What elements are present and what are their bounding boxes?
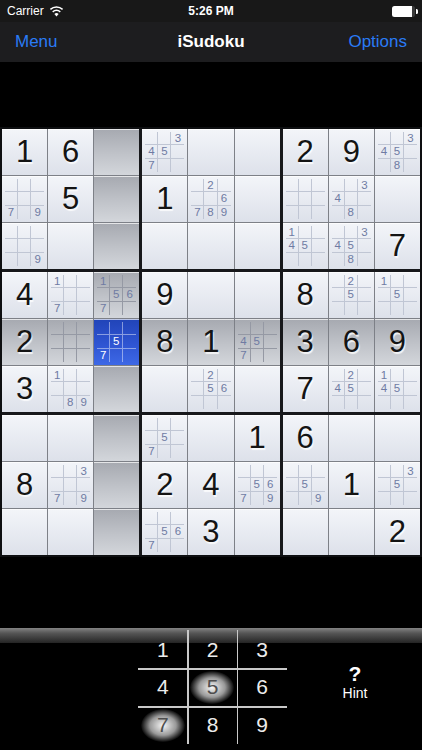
digit: 1 (329, 462, 374, 508)
digit: 1 (188, 319, 233, 365)
cell-r5c5[interactable]: 1 (188, 319, 233, 365)
cell-r5c9[interactable]: 9 (375, 319, 420, 365)
digit: 2 (142, 462, 187, 508)
cell-r6c5[interactable]: 256 (188, 366, 233, 412)
cell-r3c2[interactable] (48, 223, 93, 269)
pencil-marks: 567 (145, 512, 184, 552)
battery-icon (392, 6, 415, 17)
cell-r6c7[interactable]: 7 (283, 366, 328, 412)
box-9: 6591352 (283, 415, 420, 555)
cell-r5c7[interactable]: 3 (283, 319, 328, 365)
cell-r7c2[interactable] (48, 415, 93, 461)
cell-r8c3[interactable] (94, 462, 139, 508)
cell-r2c6[interactable] (235, 176, 280, 222)
digit: 9 (329, 129, 374, 175)
hint-button[interactable]: ? Hint (329, 664, 381, 702)
cell-r5c8[interactable]: 6 (329, 319, 374, 365)
cell-r2c8[interactable]: 348 (329, 176, 374, 222)
keypad-digit-6[interactable]: 6 (237, 669, 287, 707)
menu-button[interactable]: Menu (15, 32, 58, 52)
cell-r2c5[interactable]: 26789 (188, 176, 233, 222)
cell-r2c3[interactable] (94, 176, 139, 222)
pencil-marks: 1567 (97, 275, 136, 315)
cell-r1c7[interactable]: 2 (283, 129, 328, 175)
cell-r8c7[interactable]: 59 (283, 462, 328, 508)
cell-r8c2[interactable]: 379 (48, 462, 93, 508)
pencil-marks: 15 (378, 275, 417, 315)
cell-r7c7[interactable]: 6 (283, 415, 328, 461)
cell-r1c9[interactable]: 3458 (375, 129, 420, 175)
box-6: 825153697245145 (283, 272, 420, 412)
options-button[interactable]: Options (348, 32, 407, 52)
pencil-marks: 5679 (238, 465, 277, 505)
app-window: Carrier 5:26 PM Menu iSudoku Options 167… (0, 0, 422, 750)
digit: 9 (142, 272, 187, 318)
sudoku-board: 1679593457126789293458348145345874171567… (0, 127, 422, 557)
cell-r3c8[interactable]: 3458 (329, 223, 374, 269)
digit: 7 (375, 223, 420, 269)
cell-r2c7[interactable] (283, 176, 328, 222)
cell-r6c1[interactable]: 3 (2, 366, 47, 412)
cell-r3c4[interactable] (142, 223, 187, 269)
pencil-marks: 17 (51, 275, 90, 315)
digit: 9 (375, 319, 420, 365)
cell-r5c2[interactable] (48, 319, 93, 365)
pencil-marks: 245 (332, 369, 371, 409)
keypad-digit-9[interactable]: 9 (237, 706, 287, 744)
cell-r8c4[interactable]: 2 (142, 462, 187, 508)
cell-r7c4[interactable]: 57 (142, 415, 187, 461)
cell-r9c9[interactable]: 2 (375, 509, 420, 555)
pencil-marks: 379 (51, 465, 90, 505)
cell-r9c2[interactable] (48, 509, 93, 555)
pencil-marks: 145 (286, 226, 325, 266)
cell-r9c3[interactable] (94, 509, 139, 555)
cell-r1c5[interactable] (188, 129, 233, 175)
box-5: 981457256 (142, 272, 279, 412)
status-bar: Carrier 5:26 PM (0, 0, 422, 22)
carrier-label: Carrier (7, 4, 44, 18)
cell-r2c4[interactable]: 1 (142, 176, 187, 222)
cell-r8c9[interactable]: 35 (375, 462, 420, 508)
digit: 7 (283, 366, 328, 412)
box-4: 41715672573189 (2, 272, 139, 412)
pencil-marks: 189 (51, 369, 90, 409)
cell-r1c2[interactable]: 6 (48, 129, 93, 175)
number-keypad: 123456789 (138, 631, 287, 744)
digit: 8 (142, 319, 187, 365)
cell-r9c5[interactable]: 3 (188, 509, 233, 555)
pencil-marks: 79 (5, 179, 44, 219)
box-1: 167959 (2, 129, 139, 269)
cell-r2c9[interactable] (375, 176, 420, 222)
cell-r3c3[interactable] (94, 223, 139, 269)
hint-label: Hint (329, 684, 381, 702)
keypad-digit-8[interactable]: 8 (188, 706, 238, 744)
pencil-marks: 3458 (332, 226, 371, 266)
pencil-marks: 145 (378, 369, 417, 409)
pencil-marks: 3458 (378, 132, 417, 172)
pencil-marks: 26789 (191, 179, 230, 219)
pencil-marks: 457 (238, 322, 277, 362)
keypad-digit-2[interactable]: 2 (188, 631, 238, 669)
cell-r2c1[interactable]: 79 (2, 176, 47, 222)
cell-r1c8[interactable]: 9 (329, 129, 374, 175)
digit: 4 (2, 272, 47, 318)
cell-r9c7[interactable] (283, 509, 328, 555)
pencil-marks: 59 (286, 465, 325, 505)
cell-r9c6[interactable] (235, 509, 280, 555)
cell-r4c1[interactable]: 4 (2, 272, 47, 318)
cell-r3c5[interactable] (188, 223, 233, 269)
cell-r8c6[interactable]: 5679 (235, 462, 280, 508)
cell-r7c1[interactable] (2, 415, 47, 461)
pencil-marks (51, 322, 90, 362)
cell-r7c8[interactable] (329, 415, 374, 461)
keypad-digit-5[interactable]: 5 (188, 669, 238, 707)
digit: 8 (2, 462, 47, 508)
cell-r3c7[interactable]: 145 (283, 223, 328, 269)
cell-r7c6[interactable]: 1 (235, 415, 280, 461)
wifi-icon (49, 6, 64, 17)
digit: 1 (142, 176, 187, 222)
nav-bar: Menu iSudoku Options (0, 22, 422, 63)
pencil-marks: 25 (332, 275, 371, 315)
digit: 8 (283, 272, 328, 318)
cell-r6c3[interactable] (94, 366, 139, 412)
cell-r7c3[interactable] (94, 415, 139, 461)
digit: 1 (2, 129, 47, 175)
cell-r8c5[interactable]: 4 (188, 462, 233, 508)
digit: 3 (2, 366, 47, 412)
pencil-marks: 9 (5, 226, 44, 266)
cell-r1c1[interactable]: 1 (2, 129, 47, 175)
cell-r4c4[interactable]: 9 (142, 272, 187, 318)
cell-r3c9[interactable]: 7 (375, 223, 420, 269)
cell-r6c2[interactable]: 189 (48, 366, 93, 412)
cell-r1c6[interactable] (235, 129, 280, 175)
cell-r5c3[interactable]: 57 (94, 319, 139, 365)
box-3: 29345834814534587 (283, 129, 420, 269)
cell-r9c4[interactable]: 567 (142, 509, 187, 555)
digit: 6 (329, 319, 374, 365)
cell-r2c2[interactable]: 5 (48, 176, 93, 222)
cell-r1c4[interactable]: 3457 (142, 129, 187, 175)
pencil-marks: 3457 (145, 132, 184, 172)
digit: 2 (283, 129, 328, 175)
cell-r1c3[interactable] (94, 129, 139, 175)
cell-r4c3[interactable]: 1567 (94, 272, 139, 318)
pencil-marks: 348 (332, 179, 371, 219)
keypad-digit-4[interactable]: 4 (138, 669, 188, 707)
keypad-digit-3[interactable]: 3 (237, 631, 287, 669)
box-2: 3457126789 (142, 129, 279, 269)
digit: 3 (188, 509, 233, 555)
pencil-marks: 256 (191, 369, 230, 409)
hint-question-icon: ? (329, 664, 381, 684)
box-7: 8379 (2, 415, 139, 555)
digit: 6 (48, 129, 93, 175)
digit: 1 (235, 415, 280, 461)
cell-r7c5[interactable] (188, 415, 233, 461)
cell-r5c4[interactable]: 8 (142, 319, 187, 365)
digit: 2 (375, 509, 420, 555)
pencil-marks: 35 (378, 465, 417, 505)
cell-r4c7[interactable]: 8 (283, 272, 328, 318)
keypad-digit-7[interactable]: 7 (138, 706, 188, 744)
digit: 2 (2, 319, 47, 365)
digit: 6 (283, 415, 328, 461)
digit: 4 (188, 462, 233, 508)
cell-r9c8[interactable] (329, 509, 374, 555)
pencil-marks: 57 (145, 418, 184, 458)
cell-r4c9[interactable]: 15 (375, 272, 420, 318)
digit: 5 (48, 176, 93, 222)
cell-r3c6[interactable] (235, 223, 280, 269)
pencil-marks (286, 179, 325, 219)
cell-r6c4[interactable] (142, 366, 187, 412)
cell-r8c8[interactable]: 1 (329, 462, 374, 508)
cell-r4c2[interactable]: 17 (48, 272, 93, 318)
cell-r4c8[interactable]: 25 (329, 272, 374, 318)
box-8: 5712456795673 (142, 415, 279, 555)
cell-r4c6[interactable] (235, 272, 280, 318)
pencil-marks: 57 (97, 322, 136, 362)
cell-r3c1[interactable]: 9 (2, 223, 47, 269)
cell-r6c8[interactable]: 245 (329, 366, 374, 412)
digit: 3 (283, 319, 328, 365)
cell-r4c5[interactable] (188, 272, 233, 318)
cell-r6c6[interactable] (235, 366, 280, 412)
cell-r6c9[interactable]: 145 (375, 366, 420, 412)
cell-r8c1[interactable]: 8 (2, 462, 47, 508)
cell-r7c9[interactable] (375, 415, 420, 461)
cell-r9c1[interactable] (2, 509, 47, 555)
cell-r5c1[interactable]: 2 (2, 319, 47, 365)
cell-r5c6[interactable]: 457 (235, 319, 280, 365)
keypad-digit-1[interactable]: 1 (138, 631, 188, 669)
